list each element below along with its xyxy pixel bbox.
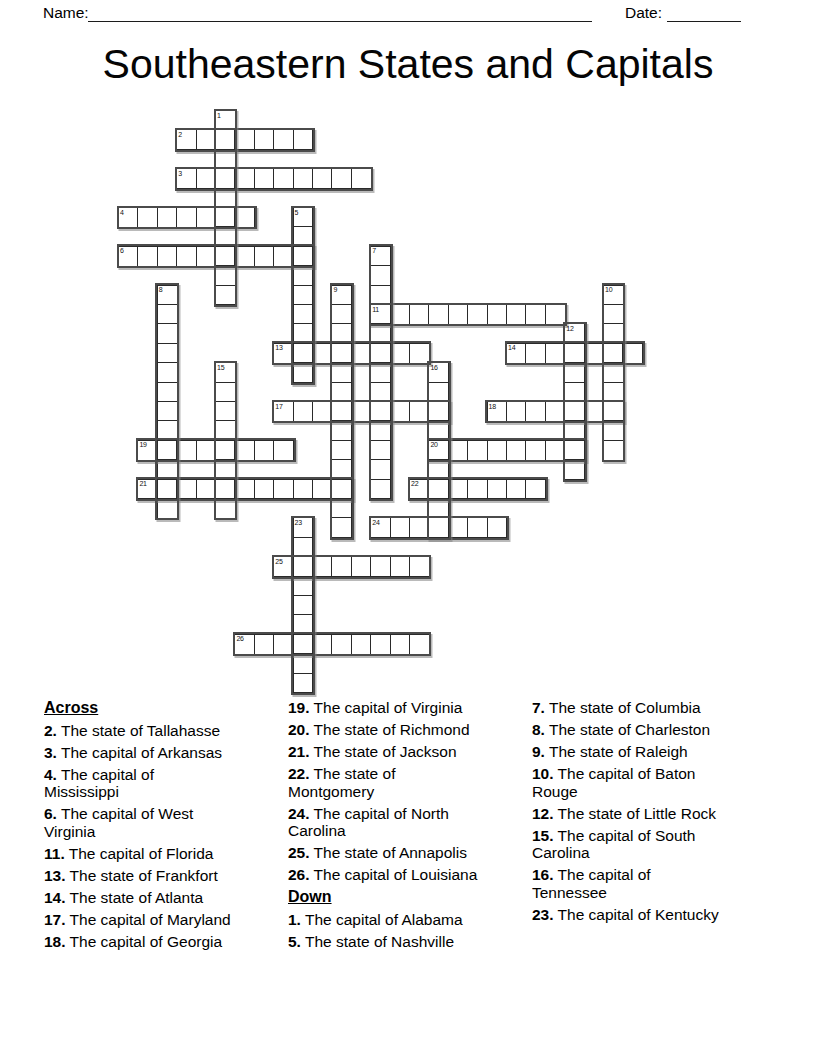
grid-cell[interactable]	[564, 343, 585, 364]
grid-cell[interactable]	[234, 129, 255, 150]
cell-number: 3	[178, 170, 182, 178]
grid-cell[interactable]	[428, 498, 449, 519]
grid-cell[interactable]	[157, 440, 178, 461]
grid-cell[interactable]	[293, 537, 314, 558]
grid-cell[interactable]	[137, 246, 158, 267]
grid-cell[interactable]	[196, 207, 217, 228]
grid-cell[interactable]	[215, 440, 236, 461]
grid-cell[interactable]	[370, 382, 391, 403]
clue-number: 17.	[44, 911, 66, 928]
cell-number: 25	[275, 558, 282, 566]
grid-cell[interactable]	[390, 634, 411, 655]
clue-17: 17. The capital of Maryland	[44, 911, 276, 929]
clue-4: 4. The capital ofMississippi	[44, 766, 276, 801]
grid-cell[interactable]	[215, 129, 236, 150]
clue-23: 23. The capital of Kentucky	[532, 906, 782, 924]
grid-cell[interactable]	[603, 401, 624, 422]
grid-cell[interactable]	[157, 382, 178, 403]
clue-12: 12. The state of Little Rock	[532, 805, 782, 823]
grid-cell[interactable]	[506, 401, 527, 422]
clue-number: 7.	[532, 699, 545, 716]
grid-cell[interactable]	[215, 479, 236, 500]
grid-cell[interactable]	[293, 634, 314, 655]
grid-cell[interactable]	[254, 440, 275, 461]
grid-cell[interactable]	[370, 479, 391, 500]
clue-number: 4.	[44, 766, 57, 783]
grid-cell[interactable]	[157, 323, 178, 344]
grid-cell[interactable]	[390, 401, 411, 422]
grid-cell[interactable]	[603, 343, 624, 364]
name-label: Name:	[43, 4, 89, 22]
date-label: Date:	[625, 4, 662, 22]
grid-cell[interactable]	[157, 207, 178, 228]
clue-number: 12.	[532, 805, 554, 822]
grid-cell[interactable]	[370, 323, 391, 344]
cell-number: 21	[139, 480, 146, 488]
grid-cell[interactable]	[428, 401, 449, 422]
grid-cell[interactable]	[603, 382, 624, 403]
grid-cell[interactable]	[157, 246, 178, 267]
crossword-worksheet: { "game": "crossword", "title": "Southea…	[0, 0, 816, 1056]
grid-cell[interactable]	[428, 517, 449, 538]
grid-cell[interactable]	[409, 343, 430, 364]
clue-9: 9. The state of Raleigh	[532, 743, 782, 761]
grid-cell[interactable]	[157, 401, 178, 422]
grid-cell[interactable]	[157, 343, 178, 364]
grid-cell[interactable]	[331, 634, 352, 655]
worksheet-title: Southeastern States and Capitals	[0, 40, 816, 88]
grid-cell[interactable]	[293, 556, 314, 577]
grid-cell[interactable]	[293, 129, 314, 150]
clue-number: 21.	[288, 743, 310, 760]
grid-cell[interactable]	[215, 188, 236, 209]
clue-13: 13. The state of Frankfort	[44, 867, 276, 885]
clue-number: 6.	[44, 805, 57, 822]
grid-cell[interactable]	[215, 265, 236, 286]
grid-cell[interactable]	[525, 479, 546, 500]
grid-cell[interactable]	[370, 556, 391, 577]
grid-cell[interactable]	[293, 343, 314, 364]
grid-cell[interactable]	[409, 634, 430, 655]
grid-cell[interactable]	[428, 420, 449, 441]
grid-cell[interactable]	[584, 401, 605, 422]
grid-cell[interactable]	[467, 479, 488, 500]
grid-cell[interactable]	[370, 420, 391, 441]
grid-cell[interactable]	[467, 517, 488, 538]
crossword-grid: 1234567891011121314151617181920212223242…	[118, 110, 645, 695]
grid-cell[interactable]	[293, 285, 314, 306]
grid-cell[interactable]	[254, 634, 275, 655]
grid-cell[interactable]	[273, 168, 294, 189]
cell-number: 24	[372, 519, 379, 527]
grid-cell[interactable]	[312, 343, 333, 364]
grid-cell[interactable]	[409, 517, 430, 538]
clue-18: 18. The capital of Georgia	[44, 933, 276, 951]
grid-cell[interactable]	[312, 479, 333, 500]
grid-cell[interactable]	[157, 498, 178, 519]
grid-cell[interactable]	[448, 517, 469, 538]
clue-number: 8.	[532, 721, 545, 738]
grid-cell[interactable]	[273, 479, 294, 500]
clue-5: 5. The state of Nashville	[288, 933, 526, 951]
grid-cell[interactable]	[564, 362, 585, 383]
cell-number: 17	[275, 403, 282, 411]
grid-cell[interactable]	[467, 440, 488, 461]
grid-cell[interactable]	[331, 556, 352, 577]
cell-number: 2	[178, 131, 182, 139]
grid-cell[interactable]	[622, 343, 643, 364]
grid-cell[interactable]	[234, 168, 255, 189]
grid-cell[interactable]	[331, 343, 352, 364]
grid-cell[interactable]	[331, 168, 352, 189]
clue-number: 18.	[44, 933, 66, 950]
cell-number: 6	[120, 247, 124, 255]
grid-cell[interactable]	[390, 517, 411, 538]
grid-cell[interactable]	[293, 246, 314, 267]
clue-10: 10. The capital of BatonRouge	[532, 765, 782, 800]
clue-16: 16. The capital ofTennessee	[532, 866, 782, 901]
grid-cell[interactable]	[273, 634, 294, 655]
grid-cell[interactable]	[603, 440, 624, 461]
grid-cell[interactable]	[176, 246, 197, 267]
clue-14: 14. The state of Atlanta	[44, 889, 276, 907]
cell-number: 23	[295, 519, 302, 527]
grid-cell[interactable]	[196, 440, 217, 461]
grid-cell[interactable]	[525, 343, 546, 364]
grid-cell[interactable]	[215, 382, 236, 403]
grid-cell[interactable]	[351, 401, 372, 422]
grid-cell[interactable]	[254, 168, 275, 189]
clue-number: 23.	[532, 906, 554, 923]
grid-cell[interactable]	[564, 459, 585, 480]
grid-cell[interactable]	[525, 440, 546, 461]
cell-number: 26	[236, 635, 243, 643]
grid-cell[interactable]	[215, 149, 236, 170]
grid-cell[interactable]	[331, 401, 352, 422]
grid-cell[interactable]	[603, 323, 624, 344]
cell-number: 1	[217, 112, 221, 120]
grid-cell[interactable]	[312, 401, 333, 422]
cell-number: 10	[605, 286, 612, 294]
cell-number: 20	[430, 441, 437, 449]
grid-cell[interactable]	[215, 498, 236, 519]
grid-cell[interactable]	[370, 343, 391, 364]
grid-cell[interactable]	[331, 304, 352, 325]
grid-cell[interactable]	[331, 362, 352, 383]
clue-number: 11.	[44, 845, 65, 862]
grid-cell[interactable]	[487, 304, 508, 325]
grid-cell[interactable]	[545, 343, 566, 364]
clue-25: 25. The state of Annapolis	[288, 844, 526, 862]
grid-cell[interactable]	[234, 479, 255, 500]
clue-number: 3.	[44, 744, 57, 761]
grid-cell[interactable]	[603, 362, 624, 383]
grid-cell[interactable]	[428, 459, 449, 480]
clue-column-2: 19. The capital of Virginia20. The state…	[288, 699, 526, 955]
grid-cell[interactable]	[448, 440, 469, 461]
clue-number: 13.	[44, 867, 66, 884]
grid-cell[interactable]	[273, 129, 294, 150]
grid-cell[interactable]	[545, 304, 566, 325]
clue-number: 26.	[288, 866, 310, 883]
grid-cell[interactable]	[234, 246, 255, 267]
grid-cell[interactable]	[409, 401, 430, 422]
clue-21: 21. The state of Jackson	[288, 743, 526, 761]
grid-cell[interactable]	[564, 440, 585, 461]
grid-cell[interactable]	[196, 168, 217, 189]
name-input-line	[88, 6, 592, 22]
grid-cell[interactable]	[215, 168, 236, 189]
clue-2: 2. The state of Tallahasse	[44, 722, 276, 740]
clue-20: 20. The state of Richmond	[288, 721, 526, 739]
grid-cell[interactable]	[331, 440, 352, 461]
clue-number: 20.	[288, 721, 310, 738]
grid-cell[interactable]	[370, 440, 391, 461]
grid-cell[interactable]	[506, 479, 527, 500]
grid-cell[interactable]	[409, 556, 430, 577]
grid-cell[interactable]	[487, 440, 508, 461]
grid-cell[interactable]	[331, 420, 352, 441]
grid-cell[interactable]	[331, 479, 352, 500]
grid-cell[interactable]	[293, 576, 314, 597]
grid-cell[interactable]	[254, 479, 275, 500]
clue-number: 14.	[44, 889, 66, 906]
grid-cell[interactable]	[564, 401, 585, 422]
grid-cell[interactable]	[176, 207, 197, 228]
grid-cell[interactable]	[312, 556, 333, 577]
grid-cell[interactable]	[506, 440, 527, 461]
cell-number: 13	[275, 344, 282, 352]
clue-column-1: Across2. The state of Tallahasse3. The c…	[44, 699, 276, 955]
grid-cell[interactable]	[157, 479, 178, 500]
clue-24: 24. The capital of NorthCarolina	[288, 805, 526, 840]
grid-cell[interactable]	[293, 401, 314, 422]
grid-cell[interactable]	[390, 343, 411, 364]
grid-cell[interactable]	[428, 479, 449, 500]
grid-cell[interactable]	[215, 246, 236, 267]
grid-cell[interactable]	[390, 304, 411, 325]
grid-cell[interactable]	[196, 246, 217, 267]
grid-cell[interactable]	[215, 459, 236, 480]
clue-column-3: 7. The state of Columbia8. The state of …	[532, 699, 782, 928]
grid-cell[interactable]	[254, 129, 275, 150]
clue-7: 7. The state of Columbia	[532, 699, 782, 717]
clue-number: 24.	[288, 805, 310, 822]
grid-cell[interactable]	[467, 304, 488, 325]
clue-8: 8. The state of Charleston	[532, 721, 782, 739]
grid-cell[interactable]	[370, 459, 391, 480]
grid-cell[interactable]	[448, 479, 469, 500]
grid-cell[interactable]	[370, 401, 391, 422]
grid-cell[interactable]	[157, 304, 178, 325]
grid-cell[interactable]	[584, 343, 605, 364]
clue-1: 1. The capital of Alabama	[288, 911, 526, 929]
grid-cell[interactable]	[331, 459, 352, 480]
grid-cell[interactable]	[564, 420, 585, 441]
grid-cell[interactable]	[370, 265, 391, 286]
grid-cell[interactable]	[157, 362, 178, 383]
clue-number: 25.	[288, 844, 310, 861]
grid-cell[interactable]	[525, 304, 546, 325]
grid-cell[interactable]	[215, 226, 236, 247]
grid-cell[interactable]	[370, 634, 391, 655]
grid-cell[interactable]	[370, 362, 391, 383]
grid-cell[interactable]	[351, 634, 372, 655]
clue-number: 15.	[532, 827, 554, 844]
grid-cell[interactable]	[487, 479, 508, 500]
grid-cell[interactable]	[293, 226, 314, 247]
grid-cell[interactable]	[293, 595, 314, 616]
grid-cell[interactable]	[409, 304, 430, 325]
cell-number: 15	[217, 364, 224, 372]
grid-cell[interactable]	[293, 265, 314, 286]
grid-cell[interactable]	[351, 556, 372, 577]
clue-number: 9.	[532, 743, 545, 760]
grid-cell[interactable]	[234, 440, 255, 461]
grid-cell[interactable]	[331, 498, 352, 519]
clue-number: 10.	[532, 765, 554, 782]
grid-cell[interactable]	[351, 343, 372, 364]
clue-3: 3. The capital of Arkansas	[44, 744, 276, 762]
clue-26: 26. The capital of Louisiana	[288, 866, 526, 884]
grid-cell[interactable]	[137, 207, 158, 228]
grid-cell[interactable]	[234, 207, 255, 228]
grid-cell[interactable]	[428, 382, 449, 403]
grid-cell[interactable]	[293, 168, 314, 189]
grid-cell[interactable]	[312, 634, 333, 655]
grid-cell[interactable]	[157, 459, 178, 480]
cell-number: 7	[372, 247, 376, 255]
grid-cell[interactable]	[176, 440, 197, 461]
grid-cell[interactable]	[293, 653, 314, 674]
cell-number: 11	[372, 306, 379, 314]
down-heading: Down	[288, 888, 526, 906]
cell-number: 18	[489, 403, 496, 411]
date-input-line	[667, 6, 741, 22]
grid-cell[interactable]	[176, 479, 197, 500]
grid-cell[interactable]	[370, 285, 391, 306]
grid-cell[interactable]	[254, 246, 275, 267]
cell-number: 5	[295, 209, 299, 217]
clue-number: 2.	[44, 722, 57, 739]
grid-cell[interactable]	[215, 401, 236, 422]
cell-number: 16	[430, 364, 437, 372]
grid-cell[interactable]	[215, 285, 236, 306]
grid-cell[interactable]	[448, 304, 469, 325]
clue-number: 22.	[288, 765, 310, 782]
clue-22: 22. The state ofMontgomery	[288, 765, 526, 800]
grid-cell[interactable]	[331, 517, 352, 538]
grid-cell[interactable]	[196, 479, 217, 500]
grid-cell[interactable]	[215, 207, 236, 228]
grid-cell[interactable]	[545, 440, 566, 461]
grid-cell[interactable]	[545, 401, 566, 422]
grid-cell[interactable]	[273, 440, 294, 461]
clue-15: 15. The capital of SouthCarolina	[532, 827, 782, 862]
grid-cell[interactable]	[331, 382, 352, 403]
clue-11: 11. The capital of Florida	[44, 845, 276, 863]
grid-cell[interactable]	[487, 517, 508, 538]
grid-cell[interactable]	[351, 168, 372, 189]
clue-number: 5.	[288, 933, 301, 950]
grid-cell[interactable]	[331, 323, 352, 344]
clue-number: 16.	[532, 866, 554, 883]
grid-cell[interactable]	[293, 304, 314, 325]
clue-6: 6. The capital of WestVirginia	[44, 805, 276, 840]
cell-number: 9	[333, 286, 337, 294]
grid-cell[interactable]	[157, 420, 178, 441]
grid-cell[interactable]	[293, 673, 314, 694]
across-heading: Across	[44, 699, 276, 717]
cell-number: 12	[566, 325, 573, 333]
grid-cell[interactable]	[293, 323, 314, 344]
cell-number: 14	[508, 344, 515, 352]
grid-cell[interactable]	[293, 479, 314, 500]
cell-number: 8	[159, 286, 163, 294]
grid-cell[interactable]	[603, 304, 624, 325]
grid-cell[interactable]	[428, 304, 449, 325]
cell-number: 22	[411, 480, 418, 488]
clue-number: 1.	[288, 911, 301, 928]
grid-cell[interactable]	[603, 420, 624, 441]
grid-cell[interactable]	[273, 246, 294, 267]
grid-cell[interactable]	[390, 556, 411, 577]
clue-number: 19.	[288, 699, 310, 716]
grid-cell[interactable]	[293, 362, 314, 383]
grid-cell[interactable]	[215, 420, 236, 441]
cell-number: 19	[139, 441, 146, 449]
grid-cell[interactable]	[525, 401, 546, 422]
cell-number: 4	[120, 209, 124, 217]
grid-cell[interactable]	[564, 382, 585, 403]
grid-cell[interactable]	[506, 304, 527, 325]
grid-cell[interactable]	[312, 168, 333, 189]
clue-19: 19. The capital of Virginia	[288, 699, 526, 717]
grid-cell[interactable]	[293, 614, 314, 635]
grid-cell[interactable]	[196, 129, 217, 150]
